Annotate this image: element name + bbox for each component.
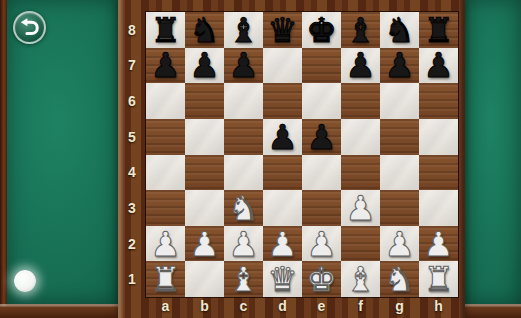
- rank-label-8: 8: [118, 12, 146, 48]
- square-g1[interactable]: ♞: [380, 261, 419, 297]
- square-g8[interactable]: ♞: [380, 12, 419, 48]
- piece-black-pawn[interactable]: ♟: [267, 120, 297, 154]
- square-h1[interactable]: ♜: [419, 261, 458, 297]
- piece-white-pawn[interactable]: ♟: [189, 227, 219, 261]
- square-a2[interactable]: ♟: [146, 226, 185, 262]
- square-a7[interactable]: ♟: [146, 48, 185, 84]
- square-a3[interactable]: [146, 190, 185, 226]
- piece-black-pawn[interactable]: ♟: [423, 48, 453, 82]
- square-b3[interactable]: [185, 190, 224, 226]
- square-e8[interactable]: ♚: [302, 12, 341, 48]
- rank-label-4: 4: [118, 155, 146, 191]
- piece-black-rook[interactable]: ♜: [150, 13, 180, 47]
- square-g7[interactable]: ♟: [380, 48, 419, 84]
- square-c7[interactable]: ♟: [224, 48, 263, 84]
- chess-app-screen: 87654321 abcdefgh ♜♞♝♛♚♝♞♜♟♟♟♟♟♟♟♟♞♟♟♟♟♟…: [0, 0, 521, 318]
- piece-white-pawn[interactable]: ♟: [228, 227, 258, 261]
- piece-white-pawn[interactable]: ♟: [423, 227, 453, 261]
- piece-black-pawn[interactable]: ♟: [150, 48, 180, 82]
- white-turn-indicator-ball: [14, 270, 36, 292]
- rank-label-3: 3: [118, 190, 146, 226]
- rank-label-2: 2: [118, 226, 146, 262]
- piece-white-bishop[interactable]: ♝: [345, 262, 375, 296]
- file-label-h: h: [419, 297, 458, 315]
- square-f8[interactable]: ♝: [341, 12, 380, 48]
- square-g5[interactable]: [380, 119, 419, 155]
- square-h4[interactable]: [419, 155, 458, 191]
- piece-white-pawn[interactable]: ♟: [267, 227, 297, 261]
- piece-white-pawn[interactable]: ♟: [384, 227, 414, 261]
- piece-white-knight[interactable]: ♞: [384, 262, 414, 296]
- piece-black-bishop[interactable]: ♝: [345, 13, 375, 47]
- square-e7[interactable]: [302, 48, 341, 84]
- square-e1[interactable]: ♚: [302, 261, 341, 297]
- rank-label-6: 6: [118, 83, 146, 119]
- square-e2[interactable]: ♟: [302, 226, 341, 262]
- square-d4[interactable]: [263, 155, 302, 191]
- square-h2[interactable]: ♟: [419, 226, 458, 262]
- rank-labels: 87654321: [118, 12, 146, 297]
- square-d8[interactable]: ♛: [263, 12, 302, 48]
- undo-button[interactable]: [13, 11, 46, 44]
- square-d7[interactable]: [263, 48, 302, 84]
- square-h8[interactable]: ♜: [419, 12, 458, 48]
- square-d6[interactable]: [263, 83, 302, 119]
- file-label-a: a: [146, 297, 185, 315]
- square-b6[interactable]: [185, 83, 224, 119]
- square-a5[interactable]: [146, 119, 185, 155]
- rank-label-5: 5: [118, 119, 146, 155]
- piece-white-rook[interactable]: ♜: [423, 262, 453, 296]
- piece-black-pawn[interactable]: ♟: [189, 48, 219, 82]
- square-g3[interactable]: [380, 190, 419, 226]
- right-felt-panel: [465, 0, 521, 304]
- piece-black-knight[interactable]: ♞: [189, 13, 219, 47]
- square-a6[interactable]: [146, 83, 185, 119]
- file-label-f: f: [341, 297, 380, 315]
- piece-black-king[interactable]: ♚: [306, 13, 336, 47]
- file-label-e: e: [302, 297, 341, 315]
- square-c3[interactable]: ♞: [224, 190, 263, 226]
- square-h6[interactable]: [419, 83, 458, 119]
- square-a4[interactable]: [146, 155, 185, 191]
- file-labels: abcdefgh: [146, 297, 458, 315]
- square-g4[interactable]: [380, 155, 419, 191]
- undo-arrow-icon: [18, 16, 41, 39]
- square-a8[interactable]: ♜: [146, 12, 185, 48]
- piece-white-pawn[interactable]: ♟: [345, 191, 375, 225]
- file-label-b: b: [185, 297, 224, 315]
- square-f7[interactable]: ♟: [341, 48, 380, 84]
- square-c1[interactable]: ♝: [224, 261, 263, 297]
- square-f6[interactable]: [341, 83, 380, 119]
- square-d1[interactable]: ♛: [263, 261, 302, 297]
- square-b8[interactable]: ♞: [185, 12, 224, 48]
- square-h7[interactable]: ♟: [419, 48, 458, 84]
- square-d5[interactable]: ♟: [263, 119, 302, 155]
- square-f4[interactable]: [341, 155, 380, 191]
- piece-black-knight[interactable]: ♞: [384, 13, 414, 47]
- square-h5[interactable]: [419, 119, 458, 155]
- square-d2[interactable]: ♟: [263, 226, 302, 262]
- square-f3[interactable]: ♟: [341, 190, 380, 226]
- piece-white-queen[interactable]: ♛: [267, 262, 297, 296]
- square-h3[interactable]: [419, 190, 458, 226]
- square-b5[interactable]: [185, 119, 224, 155]
- piece-black-pawn[interactable]: ♟: [306, 120, 336, 154]
- square-e3[interactable]: [302, 190, 341, 226]
- piece-black-queen[interactable]: ♛: [267, 13, 297, 47]
- chess-board-frame: 87654321 abcdefgh ♜♞♝♛♚♝♞♜♟♟♟♟♟♟♟♟♞♟♟♟♟♟…: [118, 0, 465, 318]
- piece-black-pawn[interactable]: ♟: [228, 48, 258, 82]
- piece-black-bishop[interactable]: ♝: [228, 13, 258, 47]
- square-e5[interactable]: ♟: [302, 119, 341, 155]
- square-c2[interactable]: ♟: [224, 226, 263, 262]
- square-d3[interactable]: [263, 190, 302, 226]
- piece-white-knight[interactable]: ♞: [228, 191, 258, 225]
- square-c8[interactable]: ♝: [224, 12, 263, 48]
- left-felt-panel: [7, 0, 118, 304]
- square-c4[interactable]: [224, 155, 263, 191]
- file-label-d: d: [263, 297, 302, 315]
- piece-white-bishop[interactable]: ♝: [228, 262, 258, 296]
- left-wood-edge: [0, 0, 7, 318]
- square-e6[interactable]: [302, 83, 341, 119]
- square-g6[interactable]: [380, 83, 419, 119]
- rank-label-1: 1: [118, 261, 146, 297]
- piece-black-pawn[interactable]: ♟: [345, 48, 375, 82]
- file-label-c: c: [224, 297, 263, 315]
- square-b2[interactable]: ♟: [185, 226, 224, 262]
- piece-white-pawn[interactable]: ♟: [150, 227, 180, 261]
- square-a1[interactable]: ♜: [146, 261, 185, 297]
- square-c5[interactable]: [224, 119, 263, 155]
- piece-black-pawn[interactable]: ♟: [384, 48, 414, 82]
- piece-white-king[interactable]: ♚: [306, 262, 336, 296]
- piece-white-rook[interactable]: ♜: [150, 262, 180, 296]
- piece-black-rook[interactable]: ♜: [423, 13, 453, 47]
- square-f1[interactable]: ♝: [341, 261, 380, 297]
- square-b4[interactable]: [185, 155, 224, 191]
- square-f2[interactable]: [341, 226, 380, 262]
- square-b1[interactable]: [185, 261, 224, 297]
- piece-white-pawn[interactable]: ♟: [306, 227, 336, 261]
- rank-label-7: 7: [118, 48, 146, 84]
- square-b7[interactable]: ♟: [185, 48, 224, 84]
- board-squares: ♜♞♝♛♚♝♞♜♟♟♟♟♟♟♟♟♞♟♟♟♟♟♟♟♟♜♝♛♚♝♞♜: [146, 12, 458, 297]
- square-e4[interactable]: [302, 155, 341, 191]
- file-label-g: g: [380, 297, 419, 315]
- square-f5[interactable]: [341, 119, 380, 155]
- square-c6[interactable]: [224, 83, 263, 119]
- square-g2[interactable]: ♟: [380, 226, 419, 262]
